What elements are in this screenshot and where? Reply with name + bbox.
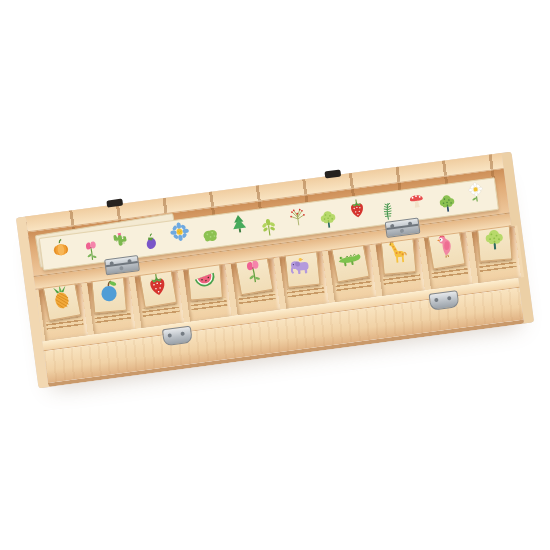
compartment-10	[472, 226, 521, 283]
compartment-2	[87, 277, 136, 334]
wooden-sorting-box	[16, 152, 534, 389]
compartment-7	[328, 245, 377, 302]
compartment-1	[38, 284, 87, 341]
eggplant-icon	[137, 229, 164, 256]
hinge-right-icon	[385, 218, 421, 238]
hinge-left-icon	[104, 255, 140, 275]
cactus-icon	[107, 226, 134, 253]
strawberry-icon	[344, 195, 371, 222]
dotted-tree-icon	[315, 205, 342, 232]
compartment-4	[183, 265, 232, 322]
poppy-icon	[78, 237, 105, 264]
pine-icon	[225, 210, 252, 237]
compartment-9	[424, 232, 473, 289]
pumpkin-icon	[47, 234, 74, 261]
lid-hinge-knob-left	[106, 199, 123, 208]
clasp-right-icon[interactable]	[428, 290, 459, 311]
lid-hinge-knob-right	[325, 169, 342, 178]
compartment-6	[279, 252, 328, 309]
product-photo-scene	[0, 0, 550, 550]
daisy-icon	[462, 179, 489, 206]
green-tree-icon	[434, 190, 461, 217]
clasp-left-icon[interactable]	[162, 326, 193, 347]
compartment-8	[376, 239, 425, 296]
leafy-plant-icon	[256, 213, 283, 240]
blue-flower-icon	[166, 218, 193, 245]
bush-icon	[196, 221, 223, 248]
berry-umbel-icon	[284, 203, 311, 230]
compartment-3	[135, 271, 184, 328]
compartment-5	[231, 258, 280, 315]
mushroom-icon	[403, 187, 430, 214]
